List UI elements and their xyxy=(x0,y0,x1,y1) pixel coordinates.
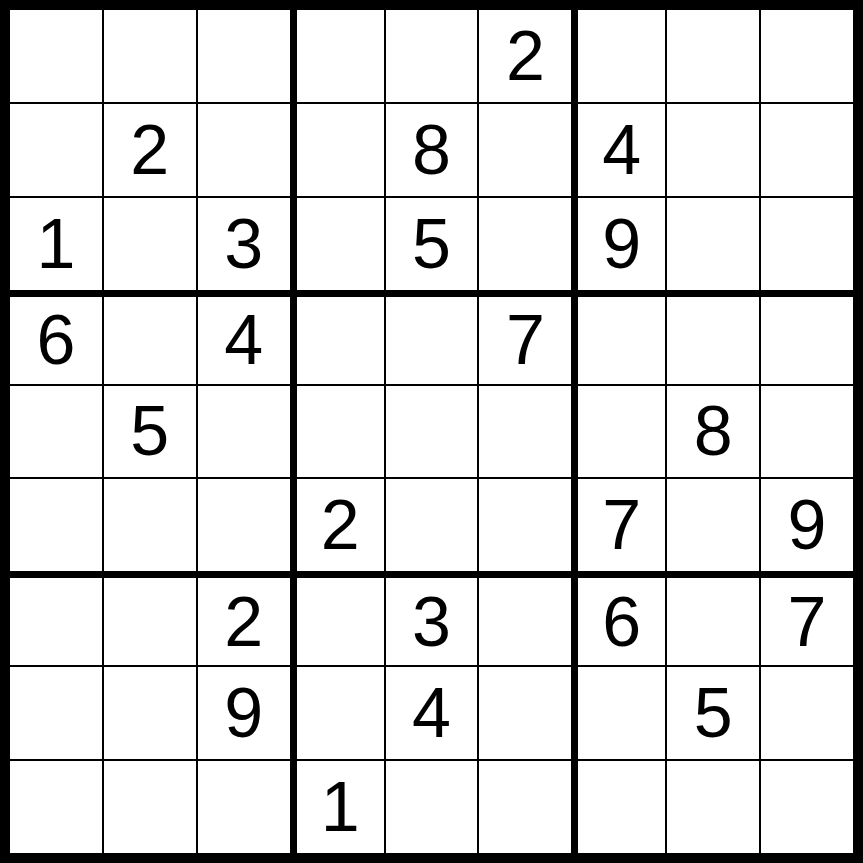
cell-r3c8-empty[interactable] xyxy=(667,198,759,290)
cell-r9c8-empty[interactable] xyxy=(667,761,759,853)
cell-r5c9-empty[interactable] xyxy=(761,386,853,478)
cell-r2c1-empty[interactable] xyxy=(10,104,102,196)
cell-r7c2-empty[interactable] xyxy=(104,573,196,665)
cell-r5c2-given[interactable]: 5 xyxy=(104,386,196,478)
cell-r1c1-empty[interactable] xyxy=(10,10,102,102)
cell-r9c2-empty[interactable] xyxy=(104,761,196,853)
cell-r6c1-empty[interactable] xyxy=(10,479,102,571)
cell-r1c4-empty[interactable] xyxy=(292,10,384,102)
cell-r7c7-given[interactable]: 6 xyxy=(573,573,665,665)
cell-r5c3-empty[interactable] xyxy=(198,386,290,478)
cell-r2c5-given[interactable]: 8 xyxy=(386,104,478,196)
cell-r8c4-empty[interactable] xyxy=(292,667,384,759)
cell-r5c8-given[interactable]: 8 xyxy=(667,386,759,478)
cell-r7c1-empty[interactable] xyxy=(10,573,102,665)
cell-r4c2-empty[interactable] xyxy=(104,292,196,384)
cell-r7c5-given[interactable]: 3 xyxy=(386,573,478,665)
cell-r2c9-empty[interactable] xyxy=(761,104,853,196)
cell-r3c1-given[interactable]: 1 xyxy=(10,198,102,290)
cell-r9c3-empty[interactable] xyxy=(198,761,290,853)
cell-r2c7-given[interactable]: 4 xyxy=(573,104,665,196)
cell-r1c2-empty[interactable] xyxy=(104,10,196,102)
cell-r8c2-empty[interactable] xyxy=(104,667,196,759)
cell-r9c1-empty[interactable] xyxy=(10,761,102,853)
cell-r4c6-given[interactable]: 7 xyxy=(479,292,571,384)
cell-r4c8-empty[interactable] xyxy=(667,292,759,384)
cell-r3c2-empty[interactable] xyxy=(104,198,196,290)
cell-r8c5-given[interactable]: 4 xyxy=(386,667,478,759)
cell-r9c7-empty[interactable] xyxy=(573,761,665,853)
cell-r9c6-empty[interactable] xyxy=(479,761,571,853)
cell-r3c9-empty[interactable] xyxy=(761,198,853,290)
cell-r2c2-given[interactable]: 2 xyxy=(104,104,196,196)
cell-r3c6-empty[interactable] xyxy=(479,198,571,290)
cell-r1c3-empty[interactable] xyxy=(198,10,290,102)
cell-r6c4-given[interactable]: 2 xyxy=(292,479,384,571)
cell-r9c4-given[interactable]: 1 xyxy=(292,761,384,853)
cell-r7c9-given[interactable]: 7 xyxy=(761,573,853,665)
cell-r7c4-empty[interactable] xyxy=(292,573,384,665)
cell-r1c5-empty[interactable] xyxy=(386,10,478,102)
sudoku-puzzle: 228413596475827923679451 xyxy=(0,0,863,863)
cell-r4c1-given[interactable]: 6 xyxy=(10,292,102,384)
cell-r2c3-empty[interactable] xyxy=(198,104,290,196)
cell-r7c8-empty[interactable] xyxy=(667,573,759,665)
cell-r4c3-given[interactable]: 4 xyxy=(198,292,290,384)
cell-r5c5-empty[interactable] xyxy=(386,386,478,478)
cell-r8c1-empty[interactable] xyxy=(10,667,102,759)
cell-r5c6-empty[interactable] xyxy=(479,386,571,478)
cell-r1c8-empty[interactable] xyxy=(667,10,759,102)
cell-r6c8-empty[interactable] xyxy=(667,479,759,571)
cell-r8c3-given[interactable]: 9 xyxy=(198,667,290,759)
cell-r2c6-empty[interactable] xyxy=(479,104,571,196)
cell-r5c1-empty[interactable] xyxy=(10,386,102,478)
cell-r4c7-empty[interactable] xyxy=(573,292,665,384)
cell-r3c7-given[interactable]: 9 xyxy=(573,198,665,290)
cell-r9c9-empty[interactable] xyxy=(761,761,853,853)
cell-r4c9-empty[interactable] xyxy=(761,292,853,384)
cell-r5c4-empty[interactable] xyxy=(292,386,384,478)
cell-r4c4-empty[interactable] xyxy=(292,292,384,384)
cell-r7c3-given[interactable]: 2 xyxy=(198,573,290,665)
cell-r1c9-empty[interactable] xyxy=(761,10,853,102)
cell-r5c7-empty[interactable] xyxy=(573,386,665,478)
cell-r2c8-empty[interactable] xyxy=(667,104,759,196)
cell-r3c4-empty[interactable] xyxy=(292,198,384,290)
cell-r8c9-empty[interactable] xyxy=(761,667,853,759)
cell-r6c7-given[interactable]: 7 xyxy=(573,479,665,571)
cell-r4c5-empty[interactable] xyxy=(386,292,478,384)
cell-r8c7-empty[interactable] xyxy=(573,667,665,759)
cell-r9c5-empty[interactable] xyxy=(386,761,478,853)
cell-r3c5-given[interactable]: 5 xyxy=(386,198,478,290)
cell-r8c6-empty[interactable] xyxy=(479,667,571,759)
cell-r6c6-empty[interactable] xyxy=(479,479,571,571)
cell-r1c6-given[interactable]: 2 xyxy=(479,10,571,102)
cell-r3c3-given[interactable]: 3 xyxy=(198,198,290,290)
cell-r6c9-given[interactable]: 9 xyxy=(761,479,853,571)
cell-r6c3-empty[interactable] xyxy=(198,479,290,571)
cell-r6c2-empty[interactable] xyxy=(104,479,196,571)
cell-r8c8-given[interactable]: 5 xyxy=(667,667,759,759)
cell-r6c5-empty[interactable] xyxy=(386,479,478,571)
sudoku-board: 228413596475827923679451 xyxy=(0,0,863,863)
cell-r7c6-empty[interactable] xyxy=(479,573,571,665)
cell-r1c7-empty[interactable] xyxy=(573,10,665,102)
cell-r2c4-empty[interactable] xyxy=(292,104,384,196)
